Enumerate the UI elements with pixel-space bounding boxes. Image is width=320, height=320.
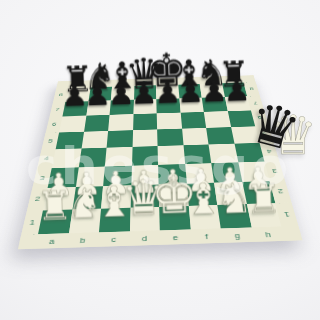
square-c5[interactable]: [107, 130, 133, 148]
file-label-c: c: [111, 234, 116, 243]
square-d6[interactable]: [133, 113, 157, 129]
square-g6[interactable]: [204, 111, 231, 127]
square-b5[interactable]: [81, 131, 108, 149]
board-border-cell: e: [160, 230, 192, 245]
rank-label-1: 1: [29, 218, 36, 227]
board-border-cell: c: [98, 231, 130, 246]
square-f5[interactable]: [182, 128, 209, 146]
square-d5[interactable]: [132, 129, 157, 147]
file-label-e: e: [173, 232, 179, 241]
board-border-cell: d: [129, 230, 160, 245]
square-c6[interactable]: [108, 114, 133, 130]
square-b6[interactable]: [84, 115, 110, 132]
file-label-d: d: [142, 233, 147, 242]
rank-label-6: 6: [51, 121, 56, 127]
square-h1[interactable]: ♜: [246, 203, 281, 228]
file-label-a: a: [48, 236, 55, 245]
square-f6[interactable]: [180, 112, 206, 128]
square-h7[interactable]: ♟: [224, 96, 251, 111]
rank-label-7: 7: [55, 106, 60, 111]
photo-background: abcdefgh8♜♞♝♛♚♝♞♜87♟♟♟♟♟♟♟♟7665544332♟♟♟…: [0, 0, 320, 320]
square-g5[interactable]: [206, 127, 234, 145]
square-f7[interactable]: ♟: [179, 97, 204, 112]
white-rook-h1[interactable]: ♜: [245, 178, 282, 219]
board-border-cell: h: [251, 227, 285, 242]
board-border-cell: g: [221, 228, 254, 243]
board-border-cell: a: [35, 233, 68, 248]
square-e6[interactable]: [157, 113, 182, 129]
black-pawn-h7[interactable]: ♟: [223, 75, 251, 106]
rank-label-3: 3: [271, 167, 278, 174]
file-label-g: g: [234, 230, 241, 239]
square-a5[interactable]: [56, 131, 84, 149]
board-border-cell: b: [66, 232, 99, 247]
square-e5[interactable]: [157, 128, 183, 146]
rank-label-4: 4: [44, 155, 50, 162]
board-border-cell: f: [190, 229, 223, 244]
file-label-f: f: [204, 231, 208, 240]
rank-label-5: 5: [48, 138, 54, 144]
square-d7[interactable]: ♟: [133, 99, 157, 114]
file-label-b: b: [80, 235, 86, 244]
square-a6[interactable]: [59, 116, 86, 133]
file-label-h: h: [264, 229, 272, 238]
board-border-cell: [282, 226, 303, 241]
rank-label-1: 1: [283, 210, 291, 219]
square-b7[interactable]: ♟: [86, 100, 111, 115]
square-c7[interactable]: ♟: [110, 100, 134, 115]
